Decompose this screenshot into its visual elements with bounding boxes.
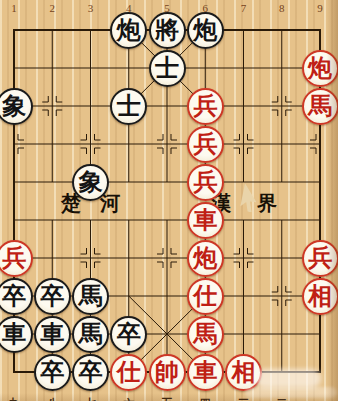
piece-red-兵[interactable]: 兵 xyxy=(187,88,224,125)
piece-red-馬[interactable]: 馬 xyxy=(302,88,338,125)
piece-black-士[interactable]: 士 xyxy=(110,88,147,125)
piece-black-馬[interactable]: 馬 xyxy=(72,316,109,353)
piece-red-兵[interactable]: 兵 xyxy=(187,164,224,201)
piece-red-兵[interactable]: 兵 xyxy=(0,240,33,277)
piece-black-士[interactable]: 士 xyxy=(149,50,186,87)
piece-black-卒[interactable]: 卒 xyxy=(72,354,109,391)
column-label-bottom: 六 xyxy=(123,396,134,401)
piece-black-車[interactable]: 車 xyxy=(34,316,71,353)
piece-red-仕[interactable]: 仕 xyxy=(187,278,224,315)
piece-black-卒[interactable]: 卒 xyxy=(34,354,71,391)
column-label-bottom: 九 xyxy=(9,396,20,401)
piece-red-馬[interactable]: 馬 xyxy=(187,316,224,353)
piece-red-相[interactable]: 相 xyxy=(302,278,338,315)
column-label-bottom: 七 xyxy=(85,396,96,401)
column-label-top: 2 xyxy=(50,2,56,14)
piece-red-帥[interactable]: 帥 xyxy=(149,354,186,391)
piece-black-卒[interactable]: 卒 xyxy=(0,278,33,315)
piece-black-炮[interactable]: 炮 xyxy=(187,12,224,49)
column-label-top: 8 xyxy=(279,2,285,14)
piece-black-象[interactable]: 象 xyxy=(0,88,33,125)
piece-red-兵[interactable]: 兵 xyxy=(187,126,224,163)
column-label-top: 9 xyxy=(317,2,323,14)
piece-black-馬[interactable]: 馬 xyxy=(72,278,109,315)
blurred-watermark xyxy=(255,369,321,388)
column-label-top: 7 xyxy=(241,2,247,14)
piece-red-兵[interactable]: 兵 xyxy=(302,240,338,277)
column-label-top: 3 xyxy=(88,2,94,14)
column-label-bottom: 八 xyxy=(47,396,58,401)
piece-red-車[interactable]: 車 xyxy=(187,354,224,391)
piece-black-象[interactable]: 象 xyxy=(72,164,109,201)
piece-red-車[interactable]: 車 xyxy=(187,202,224,239)
piece-black-卒[interactable]: 卒 xyxy=(34,278,71,315)
column-label-bottom: 五 xyxy=(162,396,173,401)
xiangqi-app-screenshot: { "game": "xiangqi", "position": { "fen"… xyxy=(0,0,338,401)
piece-red-炮[interactable]: 炮 xyxy=(302,50,338,87)
piece-black-炮[interactable]: 炮 xyxy=(110,12,147,49)
blurred-watermark xyxy=(245,387,337,398)
piece-red-炮[interactable]: 炮 xyxy=(187,240,224,277)
column-label-top: 1 xyxy=(11,2,17,14)
river-text-han-jie: 漢界 xyxy=(211,190,303,217)
column-label-bottom: 四 xyxy=(200,396,211,401)
piece-black-將[interactable]: 將 xyxy=(149,12,186,49)
piece-black-車[interactable]: 車 xyxy=(0,316,33,353)
piece-black-卒[interactable]: 卒 xyxy=(110,316,147,353)
piece-red-仕[interactable]: 仕 xyxy=(110,354,147,391)
